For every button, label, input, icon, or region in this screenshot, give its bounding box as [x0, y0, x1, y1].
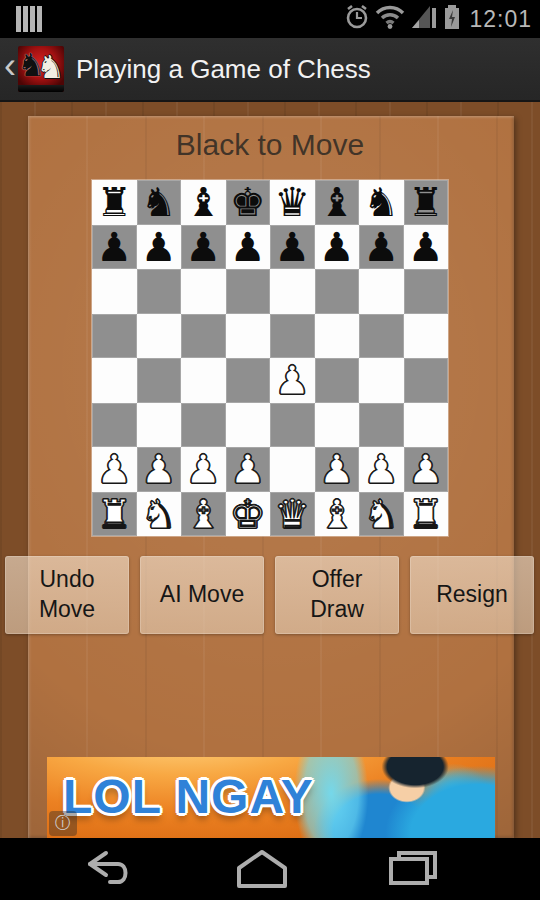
square-e3[interactable] — [270, 403, 315, 448]
square-e2[interactable] — [270, 447, 315, 492]
square-d5[interactable] — [226, 314, 271, 359]
square-d6[interactable] — [226, 269, 271, 314]
black-pawn: ♟ — [363, 227, 399, 267]
white-pawn: ♟ — [274, 360, 310, 400]
white-knight: ♞ — [141, 494, 177, 534]
black-pawn: ♟ — [185, 227, 221, 267]
square-b8[interactable]: ♞ — [137, 180, 182, 225]
square-a7[interactable]: ♟ — [92, 225, 137, 270]
square-g2[interactable]: ♟ — [359, 447, 404, 492]
square-b4[interactable] — [137, 358, 182, 403]
square-g1[interactable]: ♞ — [359, 492, 404, 537]
square-b3[interactable] — [137, 403, 182, 448]
square-e6[interactable] — [270, 269, 315, 314]
phone-screen: 12:01 ‹ ♞ ♞ Playing a Game of Chess Blac… — [0, 0, 540, 900]
black-knight: ♞ — [363, 182, 399, 222]
square-b1[interactable]: ♞ — [137, 492, 182, 537]
white-knight: ♞ — [363, 494, 399, 534]
square-c7[interactable]: ♟ — [181, 225, 226, 270]
black-pawn: ♟ — [230, 227, 266, 267]
square-a2[interactable]: ♟ — [92, 447, 137, 492]
status-bar: 12:01 — [0, 0, 540, 38]
notification-bars-icon — [16, 6, 42, 32]
black-rook: ♜ — [96, 182, 132, 222]
ad-info-icon[interactable]: ⓘ — [49, 811, 77, 836]
white-pawn: ♟ — [96, 449, 132, 489]
white-bishop: ♝ — [185, 494, 221, 534]
white-pawn: ♟ — [408, 449, 444, 489]
square-h1[interactable]: ♜ — [404, 492, 449, 537]
black-pawn: ♟ — [141, 227, 177, 267]
square-f2[interactable]: ♟ — [315, 447, 360, 492]
black-pawn: ♟ — [274, 227, 310, 267]
back-chevron-icon[interactable]: ‹ — [4, 48, 16, 84]
black-king: ♚ — [230, 182, 266, 222]
square-e7[interactable]: ♟ — [270, 225, 315, 270]
black-bishop: ♝ — [185, 182, 221, 222]
square-a1[interactable]: ♜ — [92, 492, 137, 537]
black-pawn: ♟ — [319, 227, 355, 267]
square-h7[interactable]: ♟ — [404, 225, 449, 270]
square-f6[interactable] — [315, 269, 360, 314]
navigation-bar — [0, 838, 540, 900]
square-g7[interactable]: ♟ — [359, 225, 404, 270]
square-a6[interactable] — [92, 269, 137, 314]
resign-button[interactable]: Resign — [410, 556, 534, 634]
white-queen: ♛ — [274, 494, 310, 534]
white-pawn: ♟ — [363, 449, 399, 489]
square-h6[interactable] — [404, 269, 449, 314]
ad-character-art — [285, 757, 495, 838]
wifi-icon — [375, 4, 405, 34]
square-b6[interactable] — [137, 269, 182, 314]
nav-back-icon[interactable] — [82, 849, 138, 889]
page-title: Playing a Game of Chess — [76, 54, 371, 85]
square-e5[interactable] — [270, 314, 315, 359]
clock-time: 12:01 — [469, 6, 532, 33]
nav-recents-icon[interactable] — [385, 849, 441, 889]
offer-draw-button[interactable]: Offer Draw — [275, 556, 399, 634]
white-rook: ♜ — [408, 494, 444, 534]
square-f7[interactable]: ♟ — [315, 225, 360, 270]
square-f1[interactable]: ♝ — [315, 492, 360, 537]
square-f4[interactable] — [315, 358, 360, 403]
square-d3[interactable] — [226, 403, 271, 448]
square-g3[interactable] — [359, 403, 404, 448]
square-h4[interactable] — [404, 358, 449, 403]
square-c2[interactable]: ♟ — [181, 447, 226, 492]
signal-strength-icon — [410, 4, 438, 34]
white-pawn: ♟ — [319, 449, 355, 489]
square-e1[interactable]: ♛ — [270, 492, 315, 537]
square-g5[interactable] — [359, 314, 404, 359]
square-d7[interactable]: ♟ — [226, 225, 271, 270]
app-icon[interactable]: ♞ ♞ — [18, 46, 64, 92]
ai-move-button[interactable]: AI Move — [140, 556, 264, 634]
square-g6[interactable] — [359, 269, 404, 314]
square-e4[interactable]: ♟ — [270, 358, 315, 403]
black-pawn: ♟ — [96, 227, 132, 267]
square-b7[interactable]: ♟ — [137, 225, 182, 270]
square-d8[interactable]: ♚ — [226, 180, 271, 225]
square-h2[interactable]: ♟ — [404, 447, 449, 492]
status-icons: 12:01 — [344, 0, 532, 38]
square-c8[interactable]: ♝ — [181, 180, 226, 225]
square-e8[interactable]: ♛ — [270, 180, 315, 225]
square-g4[interactable] — [359, 358, 404, 403]
square-h5[interactable] — [404, 314, 449, 359]
white-pawn: ♟ — [141, 449, 177, 489]
chess-board[interactable]: ♜♞♝♚♛♝♞♜♟♟♟♟♟♟♟♟♟♟♟♟♟♟♟♟♜♞♝♚♛♝♞♜ — [92, 180, 448, 536]
square-a3[interactable] — [92, 403, 137, 448]
square-h3[interactable] — [404, 403, 449, 448]
app-bar: ‹ ♞ ♞ Playing a Game of Chess — [0, 38, 540, 102]
undo-move-button[interactable]: Undo Move — [5, 556, 129, 634]
nav-home-icon[interactable] — [234, 849, 290, 889]
square-d1[interactable]: ♚ — [226, 492, 271, 537]
square-d4[interactable] — [226, 358, 271, 403]
black-pawn: ♟ — [408, 227, 444, 267]
ad-headline: LOL NGAY — [63, 769, 314, 824]
white-bishop: ♝ — [319, 494, 355, 534]
white-knight-icon: ♞ — [36, 48, 64, 86]
battery-charging-icon — [443, 3, 461, 35]
black-rook: ♜ — [408, 182, 444, 222]
square-a8[interactable]: ♜ — [92, 180, 137, 225]
square-c4[interactable] — [181, 358, 226, 403]
square-d2[interactable]: ♟ — [226, 447, 271, 492]
icon-base — [18, 85, 64, 92]
black-bishop: ♝ — [319, 182, 355, 222]
turn-indicator: Black to Move — [0, 128, 540, 162]
square-b5[interactable] — [137, 314, 182, 359]
square-a4[interactable] — [92, 358, 137, 403]
square-h8[interactable]: ♜ — [404, 180, 449, 225]
square-f5[interactable] — [315, 314, 360, 359]
white-pawn: ♟ — [185, 449, 221, 489]
white-rook: ♜ — [96, 494, 132, 534]
square-b2[interactable]: ♟ — [137, 447, 182, 492]
square-g8[interactable]: ♞ — [359, 180, 404, 225]
square-c5[interactable] — [181, 314, 226, 359]
white-pawn: ♟ — [230, 449, 266, 489]
black-knight: ♞ — [141, 182, 177, 222]
ad-banner[interactable]: LOL NGAY ⓘ — [47, 757, 495, 838]
square-c1[interactable]: ♝ — [181, 492, 226, 537]
alarm-clock-icon — [344, 3, 370, 35]
square-f8[interactable]: ♝ — [315, 180, 360, 225]
square-c6[interactable] — [181, 269, 226, 314]
square-a5[interactable] — [92, 314, 137, 359]
square-f3[interactable] — [315, 403, 360, 448]
white-king: ♚ — [230, 494, 266, 534]
black-queen: ♛ — [274, 182, 310, 222]
square-c3[interactable] — [181, 403, 226, 448]
